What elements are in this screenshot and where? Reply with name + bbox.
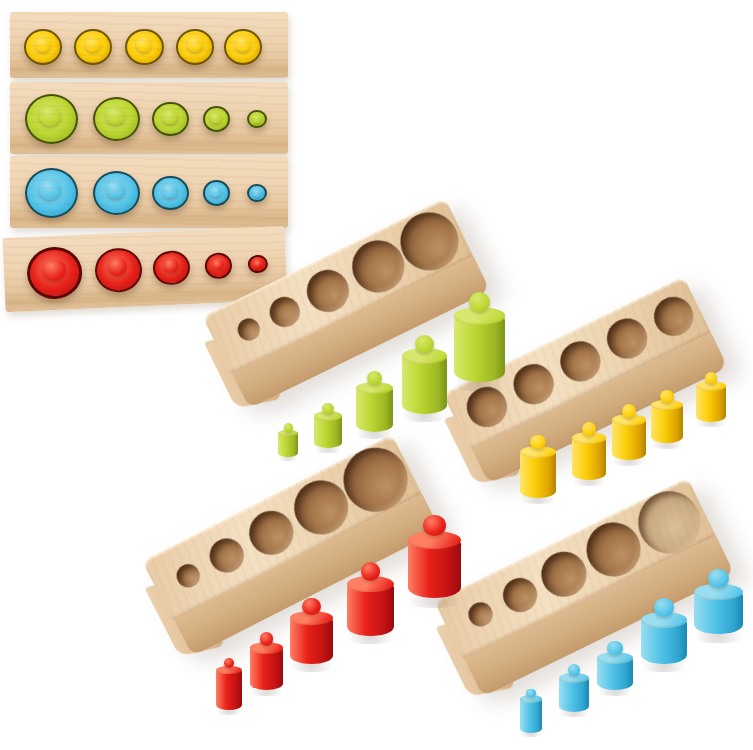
product-photo-scene [0,0,753,750]
cylinder-body [559,678,589,712]
cylinder-knob [254,260,263,268]
cylinder-knob [235,37,251,52]
cylinder-knob [136,37,152,53]
cylinder-knob [530,435,545,449]
red-knob-cylinder-3 [152,250,190,286]
cylinder-body [696,386,726,422]
cylinder-knob [187,37,203,52]
blue-block-hole-1 [464,598,496,630]
cylinder-body [278,433,298,457]
stacked-cylinder-board [0,0,300,320]
cylinder-body [454,316,505,382]
red-knob-cylinder-2 [94,247,143,293]
cylinder-knob [106,180,126,199]
green-block-hole-2 [265,292,305,332]
blue-knob-cylinder-5 [247,184,267,203]
yellow-knob-cylinder-3 [125,29,164,66]
cylinder-knob [322,403,334,414]
cylinder-knob [35,37,51,52]
cylinder-knob [253,115,261,123]
red-knob-cylinder-4 [204,253,232,280]
red-block-hole-3 [242,503,301,562]
cylinder-knob [162,184,178,199]
yellow-knob-cylinder-4 [176,29,214,65]
cylinder-knob [423,515,445,536]
cylinder-body [520,699,542,733]
green-block-hole-1 [234,315,263,344]
yellow-block-hole-2 [507,357,560,410]
cylinder-knob [361,562,381,581]
red-block-hole-2 [204,533,250,579]
red-block-hole-1 [172,560,203,591]
yellow-cylinder-strip [10,12,288,78]
blue-knob-cylinder-1 [25,168,78,218]
cylinder-knob [705,372,718,384]
cylinder-knob [210,187,221,198]
cylinder-knob [106,106,126,125]
cylinder-body [572,438,606,480]
green-block-hole-3 [300,263,356,319]
cylinder-body [402,356,447,414]
cylinder-knob [582,422,596,436]
cylinder-knob [163,258,179,273]
cylinder-knob [302,598,320,615]
yellow-knob-cylinder-1 [24,29,62,65]
blue-knob-cylinder-4 [203,180,230,205]
blue-knob-cylinder-2 [93,171,140,215]
cylinder-knob [162,110,178,125]
cylinder-knob [607,641,622,655]
cylinder-knob [210,113,221,124]
cylinder-knob [42,258,66,281]
cylinder-knob [107,257,128,277]
cylinder-knob [85,37,101,52]
yellow-block-hole-4 [600,312,653,365]
red-knob-cylinder-1 [25,246,82,300]
cylinder-knob [39,105,61,126]
cylinder-knob [260,632,274,645]
green-knob-cylinder-2 [93,97,140,141]
green-knob-cylinder-5 [247,110,267,129]
blue-knob-cylinder-3 [152,176,189,211]
cylinder-knob [660,390,673,403]
cylinder-body [651,405,683,443]
yellow-block-hole-3 [554,335,607,388]
blue-cylinder-strip [10,156,288,228]
cylinder-knob [568,664,581,676]
green-knob-cylinder-1 [25,94,78,144]
red-knob-cylinder-5 [247,254,268,274]
cylinder-knob [526,689,535,698]
cylinder-knob [708,569,729,589]
cylinder-body [520,452,556,498]
yellow-knob-cylinder-2 [74,29,112,65]
cylinder-body [356,388,393,432]
cylinder-knob [253,189,261,197]
cylinder-knob [212,259,224,270]
cylinder-body [314,416,342,448]
yellow-knob-cylinder-5 [224,29,262,65]
cylinder-body [612,420,646,460]
yellow-block-hole-5 [647,290,699,342]
cylinder-knob [284,423,293,432]
blue-block-hole-2 [497,572,542,617]
green-cylinder-strip [10,82,288,154]
cylinder-knob [415,335,434,353]
cylinder-knob [622,404,636,418]
cylinder-knob [654,598,673,616]
green-knob-cylinder-4 [203,106,230,131]
blue-block-hole-3 [533,544,593,604]
green-knob-cylinder-3 [152,102,189,137]
cylinder-knob [39,179,61,200]
cylinder-body [250,648,283,690]
cylinder-body [216,670,242,710]
